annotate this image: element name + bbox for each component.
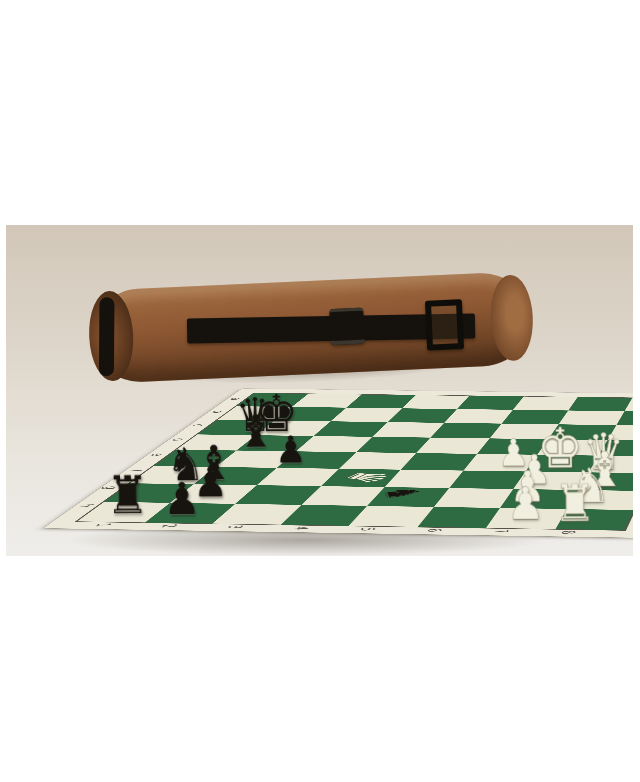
strap-rect-buckle bbox=[425, 299, 464, 351]
strap-slider-buckle bbox=[329, 308, 365, 346]
square-f8 bbox=[578, 472, 633, 491]
left-edge-label-5: c bbox=[189, 423, 209, 428]
board-grid bbox=[75, 393, 633, 531]
left-edge-label-7: a bbox=[227, 397, 246, 401]
left-edge-label-1: g bbox=[100, 485, 123, 491]
left-edge-label-3: e bbox=[147, 452, 169, 457]
left-edge-label-0: h bbox=[74, 503, 98, 510]
square-a6 bbox=[513, 397, 578, 411]
square-e8 bbox=[588, 456, 633, 474]
square-g7 bbox=[500, 489, 578, 509]
bottom-edge-label-7: 7 bbox=[491, 528, 512, 535]
square-c7 bbox=[548, 424, 616, 440]
left-edge-label-6: b bbox=[209, 409, 228, 414]
chess-board-3d-wrap: 1hh2gg3ff4ee5dd6cc7bb8aa bbox=[43, 389, 633, 538]
square-a7 bbox=[568, 397, 632, 411]
chess-bag bbox=[90, 271, 532, 384]
product-photo: 1hh2gg3ff4ee5dd6cc7bb8aa ♛♚♝♟♞♝♟♜♟♟♚♛♟♝♟… bbox=[6, 225, 633, 556]
square-h7 bbox=[486, 508, 567, 529]
square-f7 bbox=[513, 471, 588, 490]
square-h8 bbox=[555, 509, 633, 530]
bottom-edge-label-5: 5 bbox=[357, 526, 379, 533]
page-background: 1hh2gg3ff4ee5dd6cc7bb8aa ♛♚♝♟♞♝♟♜♟♟♚♛♟♝♟… bbox=[0, 0, 640, 782]
bottom-edge-label-1: 1 bbox=[91, 521, 116, 528]
bottom-edge-label-2: 2 bbox=[157, 522, 181, 529]
bottom-edge-label-3: 3 bbox=[224, 524, 248, 531]
bottom-edge-label-4: 4 bbox=[290, 525, 313, 532]
bag-strap-anchor bbox=[99, 297, 115, 376]
left-edge-label-2: f bbox=[124, 468, 146, 474]
bottom-edge-label-8: 8 bbox=[558, 529, 580, 536]
chess-board-vinyl: 1hh2gg3ff4ee5dd6cc7bb8aa bbox=[43, 389, 633, 538]
bottom-edge-label-6: 6 bbox=[424, 527, 445, 534]
square-b6 bbox=[501, 410, 568, 425]
square-b7 bbox=[559, 410, 625, 425]
square-d7 bbox=[537, 439, 607, 455]
left-edge-label-4: d bbox=[169, 437, 190, 442]
square-e7 bbox=[526, 455, 598, 473]
square-g8 bbox=[567, 490, 633, 510]
